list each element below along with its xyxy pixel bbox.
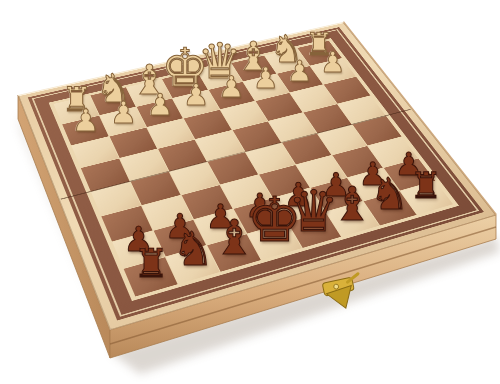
chess-set-photo: ♜♞♝♚♛♝♞♜♟♟♟♟♟♟♟♟♟♟♟♟♟♟♟♟♜♞♝♚♛♝♞♜: [0, 0, 500, 384]
